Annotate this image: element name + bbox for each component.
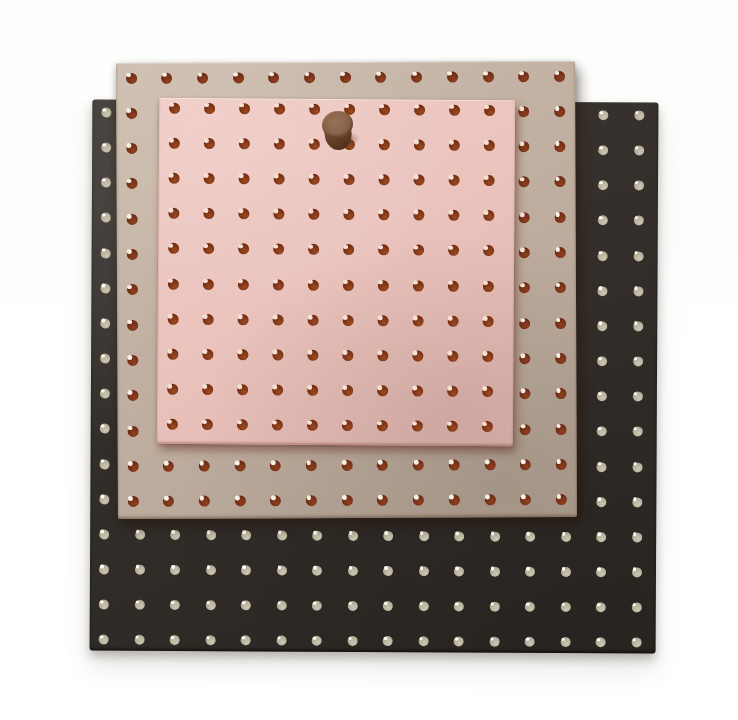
peg-hole [448,245,459,256]
peg-hole [126,284,137,295]
peg-hole [127,496,138,507]
peg-hole [238,208,249,219]
peg-hole [134,635,144,645]
peg-hole [596,602,606,612]
wooden-peg [322,110,355,151]
peg-hole [167,384,178,395]
peg-hole [203,243,214,254]
peg-hole [518,106,529,117]
peg-hole [340,71,351,82]
peg-hole [412,386,423,397]
peg-hole [597,356,607,366]
peg-hole [520,494,531,505]
peg-hole [276,565,286,575]
peg-hole [205,565,215,575]
peg-hole [241,530,251,540]
peg-hole [411,71,422,82]
peg-hole [454,637,464,647]
peg-hole [634,110,644,120]
peg-hole [99,600,109,610]
peg-hole [239,103,250,114]
peg-hole [168,243,179,254]
peg-hole [484,459,495,470]
peg-hole [560,602,570,612]
peg-hole [490,531,500,541]
peg-hole [342,385,353,396]
peg-hole [631,567,641,577]
peg-hole [482,316,493,327]
peg-hole [377,280,388,291]
peg-hole [449,104,460,115]
peg-hole [379,104,390,115]
peg-hole [454,566,464,576]
peg-hole [348,531,358,541]
peg-hole [306,420,317,431]
peg-hole [418,566,428,576]
peg-hole [556,459,567,470]
peg-hole [170,530,180,540]
peg-hole [597,286,607,296]
peg-hole [127,320,138,331]
peg-hole [342,495,353,506]
peg-hole [341,460,352,471]
peg-hole [525,532,535,542]
peg-hole [518,71,529,82]
peg-hole [633,216,643,226]
peg-hole [100,424,110,434]
peg-hole [237,279,248,290]
peg-hole [203,173,214,184]
peg-hole [377,495,388,506]
peg-hole [554,106,565,117]
peg-hole [277,530,287,540]
peg-hole [343,174,354,185]
peg-hole [308,244,319,255]
peg-hole [484,494,495,505]
peg-hole [525,567,535,577]
peg-hole [412,315,423,326]
peg-hole [632,462,642,472]
peg-hole [383,601,393,611]
peg-hole [238,244,249,255]
peg-hole [633,321,643,331]
peg-hole [203,138,214,149]
peg-hole [273,173,284,184]
peg-hole [598,145,608,155]
peg-hole [554,141,565,152]
peg-hole [418,601,428,611]
peg-hole [343,244,354,255]
peg-hole [449,495,460,506]
peg-hole [307,385,318,396]
peg-hole [489,567,499,577]
peg-hole [519,353,530,364]
peg-hole [342,350,353,361]
peg-hole [555,353,566,364]
peg-hole [309,103,320,114]
peg-hole [525,637,535,647]
peg-hole [126,108,137,119]
peg-hole [448,139,459,150]
peg-hole [631,638,641,648]
peg-hole [168,173,179,184]
peg-hole [270,460,281,471]
peg-hole [554,71,565,82]
peg-hole [126,249,137,260]
peg-hole [170,635,180,645]
peg-hole [169,102,180,113]
peg-hole [596,637,606,647]
peg-hole [483,71,494,82]
peg-hole [100,389,110,399]
peg-hole [519,177,530,188]
peg-hole [377,460,388,471]
peg-hole [204,103,215,114]
peg-hole [555,424,566,435]
peg-hole [101,108,111,118]
peg-hole [554,176,565,187]
peg-hole [312,530,322,540]
peg-hole [272,385,283,396]
peg-hole [483,175,494,186]
peg-hole [412,350,423,361]
peg-hole [413,174,424,185]
peg-hole [482,351,493,362]
peg-hole [241,565,251,575]
peg-hole [272,349,283,360]
peg-hole [312,636,322,646]
peg-hole [376,421,387,432]
peg-hole [596,532,606,542]
peg-hole [520,388,531,399]
peg-hole [448,175,459,186]
peg-hole [413,245,424,256]
peg-hole [307,279,318,290]
peg-hole [560,637,570,647]
peg-hole [273,244,284,255]
peg-hole [205,635,215,645]
peg-hole [519,318,530,329]
peg-hole [126,143,137,154]
peg-hole [170,565,180,575]
peg-hole [597,462,607,472]
peg-hole [482,386,493,397]
peg-hole [167,349,178,360]
peg-hole [166,419,177,430]
peg-hole [598,180,608,190]
peg-hole [632,497,642,507]
peg-hole [127,355,138,366]
peg-hole [555,282,566,293]
peg-hole [347,601,357,611]
peg-hole [234,460,245,471]
peg-hole [448,210,459,221]
peg-hole [202,314,213,325]
peg-hole [308,209,319,220]
peg-hole [483,245,494,256]
peg-hole [100,283,110,293]
peg-hole [383,531,393,541]
peg-hole [234,496,245,507]
peg-hole [163,496,174,507]
peg-hole [199,460,210,471]
peg-hole [161,72,172,83]
peg-hole [555,318,566,329]
peg-hole [99,635,109,645]
peg-hole [167,278,178,289]
peg-hole [413,210,424,221]
peg-hole [238,173,249,184]
peg-hole [634,145,644,155]
peg-hole [241,636,251,646]
peg-hole [101,143,111,153]
peg-hole [237,384,248,395]
peg-hole [168,138,179,149]
peg-hole [598,110,608,120]
peg-hole [454,531,464,541]
peg-hole [378,245,389,256]
peg-hole [412,280,423,291]
peg-hole [555,247,566,258]
peg-hole [419,531,429,541]
peg-hole [520,424,531,435]
peg-hole [99,529,109,539]
peg-hole [238,138,249,149]
peg-hole [483,210,494,221]
peg-hole [342,280,353,291]
peg-hole [127,390,138,401]
peg-hole [347,636,357,646]
peg-hole [268,72,279,83]
peg-hole [202,384,213,395]
peg-hole [233,72,244,83]
peg-hole [134,600,144,610]
peg-hole [127,425,138,436]
peg-hole [519,247,530,258]
peg-hole [633,181,643,191]
peg-hole [598,216,608,226]
peg-hole [100,354,110,364]
peg-hole [375,71,386,82]
peg-hole [383,636,393,646]
peg-hole [378,139,389,150]
peg-hole [199,496,210,507]
peg-hole [519,282,530,293]
peg-hole [203,208,214,219]
peg-hole [236,420,247,431]
peg-hole [561,532,571,542]
peg-hole [631,602,641,612]
peg-hole [167,314,178,325]
peg-hole [237,314,248,325]
peg-hole [378,209,389,220]
peg-hole [481,421,492,432]
peg-hole [597,321,607,331]
peg-hole [276,601,286,611]
peg-hole [126,178,137,189]
peg-hole [413,495,424,506]
peg-hole [135,530,145,540]
peg-hole [598,251,608,261]
peg-hole [101,248,111,258]
peg-hole [274,103,285,114]
peg-hole [99,565,109,575]
peg-hole [272,314,283,325]
peg-hole [241,600,251,610]
peg-hole [632,427,642,437]
peg-hole [489,602,499,612]
peg-hole [377,350,388,361]
peg-hole [273,209,284,220]
peg-hole [201,419,212,430]
peg-hole [377,385,388,396]
peg-hole [101,178,111,188]
peg-hole [272,279,283,290]
peg-hole [276,636,286,646]
peg-hole [411,421,422,432]
peg-hole [347,566,357,576]
peg-hole [555,388,566,399]
peg-hole [454,602,464,612]
peg-hole [449,459,460,470]
peg-hole [383,566,393,576]
peg-hole [270,495,281,506]
peg-hole [312,601,322,611]
peg-hole [489,637,499,647]
peg-hole [596,567,606,577]
peg-hole [447,386,458,397]
peg-hole [271,420,282,431]
peg-hole [520,459,531,470]
peg-hole [205,600,215,610]
peg-hole [99,494,109,504]
peg-hole [597,427,607,437]
peg-hole [446,421,457,432]
peg-hole [101,213,111,223]
peg-hole [413,459,424,470]
peg-hole [308,138,319,149]
peg-hole [304,72,315,83]
peg-hole [414,104,425,115]
peg-hole [343,209,354,220]
peg-hole [273,138,284,149]
peg-hole [555,212,566,223]
peg-hole [378,174,389,185]
peg-hole [447,351,458,362]
peg-hole [519,141,530,152]
peg-hole [127,461,138,472]
peg-hole [632,532,642,542]
peg-hole [341,420,352,431]
peg-hole [170,600,180,610]
peg-hole [525,602,535,612]
peg-hole [342,315,353,326]
peg-hole [632,392,642,402]
peg-hole [633,286,643,296]
peg-hole [633,356,643,366]
peg-hole [134,565,144,575]
peg-hole [519,212,530,223]
peg-hole [202,349,213,360]
peg-hole [306,495,317,506]
pegboard-photo [0,0,738,720]
peg-hole [484,105,495,116]
peg-hole [377,315,388,326]
peg-hole [100,318,110,328]
peg-hole [308,174,319,185]
peg-hole [126,214,137,225]
peg-hole [163,461,174,472]
peg-hole [482,281,493,292]
peg-hole [168,208,179,219]
peg-hole [126,72,137,83]
peg-hole [312,566,322,576]
peg-hole [197,72,208,83]
peg-hole [202,279,213,290]
peg-hole [633,251,643,261]
peg-hole [596,497,606,507]
peg-hole [418,636,428,646]
peg-hole [413,139,424,150]
peg-hole [306,460,317,471]
peg-hole [307,314,318,325]
peg-hole [447,71,458,82]
peg-hole [597,391,607,401]
peg-hole [100,459,110,469]
peg-hole [206,530,216,540]
peg-hole [560,567,570,577]
peg-hole [237,349,248,360]
peg-hole [483,140,494,151]
peg-hole [307,350,318,361]
peg-hole [556,494,567,505]
peg-hole [447,315,458,326]
peg-hole [447,280,458,291]
